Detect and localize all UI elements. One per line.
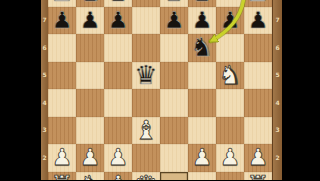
square-h2[interactable]: ♟ (244, 144, 272, 172)
rank-label-2: 2 (41, 155, 48, 161)
square-d5[interactable]: ♛ (132, 62, 160, 90)
piece-black-pawn[interactable]: ♟ (80, 7, 101, 35)
square-e3[interactable] (160, 117, 188, 145)
rank-label-4: 4 (41, 100, 48, 106)
square-a4[interactable] (48, 89, 76, 117)
piece-white-knight[interactable]: ♞ (78, 172, 101, 181)
board-frame-right: 765432 (272, 0, 282, 180)
piece-black-knight[interactable]: ♞ (190, 34, 213, 62)
square-b2[interactable]: ♟ (76, 144, 104, 172)
rank-label-5: 5 (273, 72, 282, 78)
square-g2[interactable]: ♟ (216, 144, 244, 172)
piece-white-queen[interactable]: ♛ (134, 172, 157, 181)
piece-white-pawn[interactable]: ♟ (108, 144, 129, 172)
square-h7[interactable]: ♟ (244, 7, 272, 35)
square-d2[interactable] (132, 144, 160, 172)
piece-white-pawn[interactable]: ♟ (220, 144, 241, 172)
square-e4[interactable] (160, 89, 188, 117)
square-c3[interactable] (104, 117, 132, 145)
square-c5[interactable] (104, 62, 132, 90)
square-f4[interactable] (188, 89, 216, 117)
piece-black-pawn[interactable]: ♟ (220, 7, 241, 35)
rank-label-6: 6 (41, 45, 48, 51)
rank-label-5: 5 (41, 72, 48, 78)
square-a6[interactable] (48, 34, 76, 62)
square-g6[interactable] (216, 34, 244, 62)
square-e6[interactable] (160, 34, 188, 62)
square-c7[interactable]: ♟ (104, 7, 132, 35)
square-b4[interactable] (76, 89, 104, 117)
rank-label-2: 2 (273, 155, 282, 161)
square-f3[interactable] (188, 117, 216, 145)
square-b3[interactable] (76, 117, 104, 145)
square-h5[interactable] (244, 62, 272, 90)
square-b7[interactable]: ♟ (76, 7, 104, 35)
rank-label-7: 7 (41, 17, 48, 23)
piece-black-pawn[interactable]: ♟ (52, 7, 73, 35)
rank-label-3: 3 (41, 127, 48, 133)
piece-black-pawn[interactable]: ♟ (248, 7, 269, 35)
square-g1[interactable] (216, 172, 244, 181)
square-c1[interactable]: ♝ (104, 172, 132, 181)
square-b6[interactable] (76, 34, 104, 62)
square-f1[interactable] (188, 172, 216, 181)
rank-label-7: 7 (273, 17, 282, 23)
square-h3[interactable] (244, 117, 272, 145)
square-a3[interactable] (48, 117, 76, 145)
square-a7[interactable]: ♟ (48, 7, 76, 35)
square-h6[interactable] (244, 34, 272, 62)
square-b5[interactable] (76, 62, 104, 90)
square-a5[interactable] (48, 62, 76, 90)
square-h1[interactable]: ♜ (244, 172, 272, 181)
piece-black-pawn[interactable]: ♟ (192, 7, 213, 35)
rank-label-4: 4 (273, 100, 282, 106)
square-d3[interactable]: ♝ (132, 117, 160, 145)
square-d1[interactable]: ♛ (132, 172, 160, 181)
square-f5[interactable] (188, 62, 216, 90)
square-e2[interactable] (160, 144, 188, 172)
rank-label-3: 3 (273, 127, 282, 133)
square-e7[interactable]: ♟ (160, 7, 188, 35)
piece-black-pawn[interactable]: ♟ (108, 7, 129, 35)
piece-white-bishop[interactable]: ♝ (134, 117, 157, 145)
square-a2[interactable]: ♟ (48, 144, 76, 172)
square-g3[interactable] (216, 117, 244, 145)
video-frame: 765432 ♜♞♝♚♝♜♟♟♟♟♟♟♟♞♛♞♝♟♟♟♟♟♟♜♞♝♛♜ 7654… (0, 0, 320, 180)
square-d6[interactable] (132, 34, 160, 62)
piece-black-queen[interactable]: ♛ (134, 62, 157, 90)
square-b1[interactable]: ♞ (76, 172, 104, 181)
square-c2[interactable]: ♟ (104, 144, 132, 172)
square-e5[interactable] (160, 62, 188, 90)
square-a1[interactable]: ♜ (48, 172, 76, 181)
square-f7[interactable]: ♟ (188, 7, 216, 35)
piece-white-pawn[interactable]: ♟ (80, 144, 101, 172)
square-g4[interactable] (216, 89, 244, 117)
square-c6[interactable] (104, 34, 132, 62)
square-d7[interactable] (132, 7, 160, 35)
square-f6[interactable]: ♞ (188, 34, 216, 62)
piece-white-bishop[interactable]: ♝ (106, 172, 129, 181)
square-h4[interactable] (244, 89, 272, 117)
piece-black-pawn[interactable]: ♟ (164, 7, 185, 35)
piece-white-pawn[interactable]: ♟ (52, 144, 73, 172)
piece-white-knight[interactable]: ♞ (218, 62, 241, 90)
piece-white-rook[interactable]: ♜ (246, 172, 269, 181)
square-e1[interactable] (160, 172, 188, 181)
rank-label-6: 6 (273, 45, 282, 51)
piece-white-rook[interactable]: ♜ (50, 172, 73, 181)
square-d4[interactable] (132, 89, 160, 117)
piece-white-pawn[interactable]: ♟ (192, 144, 213, 172)
chess-board: ♜♞♝♚♝♜♟♟♟♟♟♟♟♞♛♞♝♟♟♟♟♟♟♜♞♝♛♜ (48, 0, 272, 180)
square-f2[interactable]: ♟ (188, 144, 216, 172)
square-g5[interactable]: ♞ (216, 62, 244, 90)
square-c4[interactable] (104, 89, 132, 117)
square-g7[interactable]: ♟ (216, 7, 244, 35)
piece-white-pawn[interactable]: ♟ (248, 144, 269, 172)
